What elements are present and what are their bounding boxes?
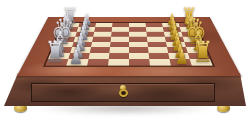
square (108, 59, 129, 66)
square (87, 59, 109, 66)
chess-set-photo: ♜♞♝♛♚♝♞♜♟♟♟♟♟♟♟♟♟♟♟♟♟♟♟♟♜♞♝♛♚♝♞♜ (0, 0, 250, 121)
board-top-surface (17, 17, 241, 76)
square (169, 59, 191, 66)
square (149, 59, 171, 66)
storage-drawer (32, 84, 214, 101)
square (190, 59, 213, 66)
drawer-ring-pull-icon (118, 85, 128, 99)
board-grid (43, 22, 215, 67)
square (66, 59, 88, 66)
square (129, 59, 150, 66)
chess-case-front (4, 73, 246, 106)
square (45, 59, 68, 66)
